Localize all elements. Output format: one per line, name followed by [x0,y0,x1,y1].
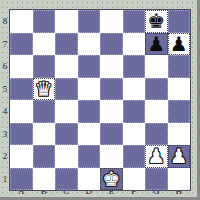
square-c3[interactable] [55,123,78,146]
chess-board-frame: 87654321 ABCDEFGH ♚♟♟♛♟♟♚ [0,0,200,200]
square-h4[interactable] [168,100,191,123]
rank-label-5: 5 [0,78,10,101]
square-b6[interactable] [33,55,56,78]
rank-label-7: 7 [0,33,10,56]
square-b8[interactable] [33,10,56,33]
square-e1[interactable]: ♚ [100,168,123,191]
square-b5[interactable]: ♛ [33,78,56,101]
square-f5[interactable] [123,78,146,101]
square-c6[interactable] [55,55,78,78]
square-f1[interactable] [123,168,146,191]
square-e6[interactable] [100,55,123,78]
square-f3[interactable] [123,123,146,146]
square-h1[interactable] [168,168,191,191]
square-g5[interactable] [145,78,168,101]
square-d6[interactable] [78,55,101,78]
square-b2[interactable] [33,145,56,168]
square-a4[interactable] [10,100,33,123]
square-e4[interactable] [100,100,123,123]
square-a8[interactable] [10,10,33,33]
rank-label-3: 3 [0,123,10,146]
piece-white-pawn-g2[interactable]: ♟ [147,145,165,167]
square-c5[interactable] [55,78,78,101]
square-g6[interactable] [145,55,168,78]
square-c4[interactable] [55,100,78,123]
square-a7[interactable] [10,33,33,56]
square-a2[interactable] [10,145,33,168]
square-g8[interactable]: ♚ [145,10,168,33]
square-a6[interactable] [10,55,33,78]
rank-label-2: 2 [0,145,10,168]
square-c2[interactable] [55,145,78,168]
square-g7[interactable]: ♟ [145,33,168,56]
rank-label-1: 1 [0,168,10,191]
piece-white-king-e1[interactable]: ♚ [102,168,120,190]
rank-label-8: 8 [0,10,10,33]
square-b3[interactable] [33,123,56,146]
square-d2[interactable] [78,145,101,168]
square-d3[interactable] [78,123,101,146]
square-g3[interactable] [145,123,168,146]
square-h6[interactable] [168,55,191,78]
square-b1[interactable] [33,168,56,191]
square-c1[interactable] [55,168,78,191]
square-f6[interactable] [123,55,146,78]
square-a5[interactable] [10,78,33,101]
square-e5[interactable] [100,78,123,101]
square-d8[interactable] [78,10,101,33]
chess-board: ♚♟♟♛♟♟♚ [10,10,190,190]
square-d4[interactable] [78,100,101,123]
square-e2[interactable] [100,145,123,168]
square-a3[interactable] [10,123,33,146]
square-c8[interactable] [55,10,78,33]
square-a1[interactable] [10,168,33,191]
square-h8[interactable] [168,10,191,33]
piece-black-king-g8[interactable]: ♚ [147,10,165,32]
piece-black-pawn-g7[interactable]: ♟ [147,33,165,55]
square-h7[interactable]: ♟ [168,33,191,56]
square-d7[interactable] [78,33,101,56]
square-f4[interactable] [123,100,146,123]
piece-black-pawn-h7[interactable]: ♟ [170,33,188,55]
square-e7[interactable] [100,33,123,56]
square-h5[interactable] [168,78,191,101]
square-h2[interactable]: ♟ [168,145,191,168]
square-d5[interactable] [78,78,101,101]
square-e3[interactable] [100,123,123,146]
square-c7[interactable] [55,33,78,56]
square-e8[interactable] [100,10,123,33]
square-b7[interactable] [33,33,56,56]
rank-labels: 87654321 [0,10,10,190]
piece-white-pawn-h2[interactable]: ♟ [170,145,188,167]
square-d1[interactable] [78,168,101,191]
square-b4[interactable] [33,100,56,123]
rank-label-4: 4 [0,100,10,123]
square-g2[interactable]: ♟ [145,145,168,168]
square-f7[interactable] [123,33,146,56]
square-f8[interactable] [123,10,146,33]
rank-label-6: 6 [0,55,10,78]
square-g4[interactable] [145,100,168,123]
square-g1[interactable] [145,168,168,191]
piece-white-queen-b5[interactable]: ♛ [35,78,53,100]
square-h3[interactable] [168,123,191,146]
square-f2[interactable] [123,145,146,168]
